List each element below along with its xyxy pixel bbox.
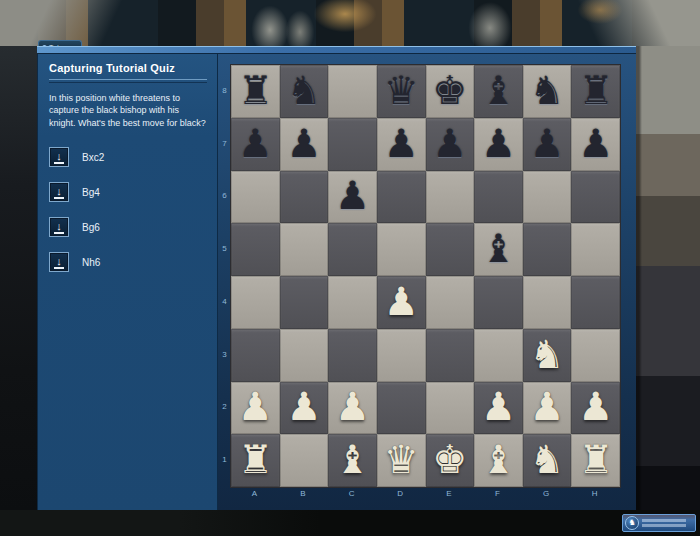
board-square-a1[interactable]: ♜: [231, 434, 280, 487]
board-square-e3[interactable]: [426, 329, 475, 382]
move-label[interactable]: Bxc2: [82, 152, 104, 163]
board-square-e2[interactable]: [426, 382, 475, 435]
piece-black-bishop: ♝: [481, 71, 516, 110]
piece-white-pawn: ♟: [481, 387, 516, 426]
board-square-d3[interactable]: [377, 329, 426, 382]
piece-white-pawn: ♟: [238, 387, 273, 426]
piece-black-rook: ♜: [238, 71, 273, 110]
board-square-g2[interactable]: ♟: [523, 382, 572, 435]
board-square-g3[interactable]: ♞: [523, 329, 572, 382]
taskbar-text-blur: [642, 517, 686, 529]
board-square-d4[interactable]: ♟: [377, 276, 426, 329]
board-area: 87654321 ♜♞♛♚♝♞♜♟♟♟♟♟♟♟♟♝♟♞♟♟♟♟♟♟♜♝♛♚♝♞♜…: [218, 54, 636, 510]
board-square-e7[interactable]: ♟: [426, 118, 475, 171]
quiz-question: In this position white threatens to capt…: [49, 92, 207, 129]
piece-white-rook: ♜: [238, 440, 273, 479]
board-square-a2[interactable]: ♟: [231, 382, 280, 435]
board-square-e1[interactable]: ♚: [426, 434, 475, 487]
board-square-g6[interactable]: [523, 171, 572, 224]
board-square-a5[interactable]: [231, 223, 280, 276]
piece-black-pawn: ♟: [530, 124, 565, 163]
piece-white-pawn: ♟: [384, 282, 419, 321]
piece-white-rook: ♜: [578, 440, 613, 479]
board-square-f2[interactable]: ♟: [474, 382, 523, 435]
quiz-options: ↓ Bxc2 ↓ Bg4 ↓ Bg6: [49, 145, 207, 274]
board-square-h6[interactable]: [571, 171, 620, 224]
rank-label-5: 5: [220, 222, 229, 275]
piece-black-rook: ♜: [578, 71, 613, 110]
quiz-title: Capturing Tutorial Quiz: [49, 62, 207, 74]
board-square-b2[interactable]: ♟: [280, 382, 329, 435]
piece-black-pawn: ♟: [286, 124, 321, 163]
board-square-c4[interactable]: [328, 276, 377, 329]
piece-black-knight: ♞: [530, 71, 565, 110]
board-square-b7[interactable]: ♟: [280, 118, 329, 171]
chessmaster-taskbar-icon: ♞: [625, 516, 639, 530]
file-label-h: H: [570, 488, 619, 500]
board-square-b6[interactable]: [280, 171, 329, 224]
board-square-h4[interactable]: [571, 276, 620, 329]
piece-black-knight: ♞: [286, 71, 321, 110]
piece-white-pawn: ♟: [335, 387, 370, 426]
rank-label-7: 7: [220, 117, 229, 170]
move-label[interactable]: Bg6: [82, 222, 100, 233]
piece-white-bishop: ♝: [335, 440, 370, 479]
board-square-d6[interactable]: [377, 171, 426, 224]
rank-label-4: 4: [220, 275, 229, 328]
piece-black-pawn: ♟: [335, 176, 370, 215]
board-square-g7[interactable]: ♟: [523, 118, 572, 171]
play-move-icon[interactable]: ↓: [49, 147, 69, 167]
board-square-f1[interactable]: ♝: [474, 434, 523, 487]
quiz-sidebar: Capturing Tutorial Quiz In this position…: [37, 54, 218, 510]
board-square-h1[interactable]: ♜: [571, 434, 620, 487]
board-square-b8[interactable]: ♞: [280, 65, 329, 118]
move-label[interactable]: Bg4: [82, 187, 100, 198]
board-square-e6[interactable]: [426, 171, 475, 224]
quiz-option-1[interactable]: ↓ Bxc2: [49, 145, 207, 169]
piece-black-king: ♚: [432, 71, 467, 110]
piece-white-knight: ♞: [530, 335, 565, 374]
board-square-b1[interactable]: [280, 434, 329, 487]
board-square-c6[interactable]: ♟: [328, 171, 377, 224]
board-square-b4[interactable]: [280, 276, 329, 329]
board-square-f6[interactable]: [474, 171, 523, 224]
board-square-e8[interactable]: ♚: [426, 65, 475, 118]
window-titlebar[interactable]: [37, 46, 636, 54]
board-square-f7[interactable]: ♟: [474, 118, 523, 171]
quiz-option-4[interactable]: ↓ Nh6: [49, 250, 207, 274]
rank-label-2: 2: [220, 381, 229, 434]
hall-background-right: [636, 46, 700, 510]
board-square-f5[interactable]: ♝: [474, 223, 523, 276]
title-separator: [49, 79, 207, 83]
chessmaster-screen: Tutor Capturing Tutorial Quiz In this po…: [0, 0, 700, 536]
play-move-icon[interactable]: ↓: [49, 217, 69, 237]
file-label-c: C: [327, 488, 376, 500]
piece-white-pawn: ♟: [530, 387, 565, 426]
piece-black-pawn: ♟: [432, 124, 467, 163]
rank-label-8: 8: [220, 64, 229, 117]
taskbar-item[interactable]: ♞: [622, 514, 696, 532]
file-label-f: F: [473, 488, 522, 500]
board-square-h3[interactable]: [571, 329, 620, 382]
board-square-h7[interactable]: ♟: [571, 118, 620, 171]
play-move-icon[interactable]: ↓: [49, 182, 69, 202]
piece-black-pawn: ♟: [238, 124, 273, 163]
file-label-a: A: [230, 488, 279, 500]
board-square-h8[interactable]: ♜: [571, 65, 620, 118]
board-square-g1[interactable]: ♞: [523, 434, 572, 487]
board-square-h2[interactable]: ♟: [571, 382, 620, 435]
board-square-c1[interactable]: ♝: [328, 434, 377, 487]
board-square-g4[interactable]: [523, 276, 572, 329]
board-square-a3[interactable]: [231, 329, 280, 382]
piece-white-pawn: ♟: [578, 387, 613, 426]
hall-background-left: [0, 46, 37, 510]
board-square-b3[interactable]: [280, 329, 329, 382]
board-square-a4[interactable]: [231, 276, 280, 329]
file-label-d: D: [376, 488, 425, 500]
file-label-b: B: [279, 488, 328, 500]
board-square-c2[interactable]: ♟: [328, 382, 377, 435]
board-square-g8[interactable]: ♞: [523, 65, 572, 118]
board-square-d8[interactable]: ♛: [377, 65, 426, 118]
piece-black-pawn: ♟: [578, 124, 613, 163]
board-square-c5[interactable]: [328, 223, 377, 276]
board-square-a7[interactable]: ♟: [231, 118, 280, 171]
quiz-option-3[interactable]: ↓ Bg6: [49, 215, 207, 239]
piece-white-pawn: ♟: [286, 387, 321, 426]
piece-black-bishop: ♝: [481, 229, 516, 268]
file-label-g: G: [522, 488, 571, 500]
board-square-f3[interactable]: [474, 329, 523, 382]
board-square-f8[interactable]: ♝: [474, 65, 523, 118]
play-move-icon[interactable]: ↓: [49, 252, 69, 272]
piece-white-king: ♚: [432, 440, 467, 479]
quiz-option-2[interactable]: ↓ Bg4: [49, 180, 207, 204]
board-square-c8[interactable]: [328, 65, 377, 118]
file-labels: ABCDEFGH: [230, 488, 619, 500]
board-square-d7[interactable]: ♟: [377, 118, 426, 171]
board-square-e5[interactable]: [426, 223, 475, 276]
piece-white-bishop: ♝: [481, 440, 516, 479]
piece-black-pawn: ♟: [481, 124, 516, 163]
board-square-a6[interactable]: [231, 171, 280, 224]
board-square-e4[interactable]: [426, 276, 475, 329]
chess-board: ♜♞♛♚♝♞♜♟♟♟♟♟♟♟♟♝♟♞♟♟♟♟♟♟♜♝♛♚♝♞♜: [230, 64, 621, 488]
piece-white-queen: ♛: [384, 440, 419, 479]
board-square-d1[interactable]: ♛: [377, 434, 426, 487]
hall-background-bottom: [0, 510, 700, 536]
move-label[interactable]: Nh6: [82, 257, 100, 268]
board-square-d2[interactable]: [377, 382, 426, 435]
piece-black-queen: ♛: [384, 71, 419, 110]
board-square-c7[interactable]: [328, 118, 377, 171]
board-square-d5[interactable]: [377, 223, 426, 276]
rank-label-3: 3: [220, 328, 229, 381]
piece-white-knight: ♞: [530, 440, 565, 479]
board-square-c3[interactable]: [328, 329, 377, 382]
piece-black-pawn: ♟: [384, 124, 419, 163]
rank-label-1: 1: [220, 433, 229, 486]
rank-labels: 87654321: [220, 64, 229, 486]
board-square-a8[interactable]: ♜: [231, 65, 280, 118]
board-square-f4[interactable]: [474, 276, 523, 329]
board-square-h5[interactable]: [571, 223, 620, 276]
hall-background-top: [0, 0, 700, 46]
rank-label-6: 6: [220, 170, 229, 223]
board-square-g5[interactable]: [523, 223, 572, 276]
file-label-e: E: [425, 488, 474, 500]
board-square-b5[interactable]: [280, 223, 329, 276]
